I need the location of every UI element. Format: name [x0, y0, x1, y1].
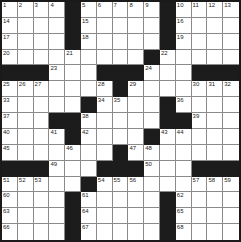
clue-number: 66 — [3, 224, 10, 231]
cell-r7c3[interactable] — [34, 97, 50, 113]
cell-r8c8[interactable] — [113, 113, 129, 129]
cell-r15c15[interactable] — [223, 224, 239, 240]
cell-r12c1[interactable]: 51 — [2, 177, 18, 193]
clue-number: 20 — [3, 50, 10, 57]
clue-number: 22 — [161, 50, 168, 57]
cell-r13c9[interactable] — [128, 192, 144, 208]
cell-r12c4[interactable] — [49, 177, 65, 193]
clue-number: 32 — [224, 81, 231, 88]
cell-r10c11[interactable] — [160, 145, 176, 161]
black-cell-r15c11 — [160, 224, 176, 240]
cell-r14c6[interactable]: 64 — [81, 208, 97, 224]
black-cell-r15c5 — [65, 224, 81, 240]
cell-r6c1[interactable]: 25 — [2, 81, 18, 97]
cell-r12c9[interactable]: 56 — [128, 177, 144, 193]
cell-r4c12[interactable] — [176, 50, 192, 66]
cell-r7c1[interactable]: 33 — [2, 97, 18, 113]
cell-r9c6[interactable]: 42 — [81, 129, 97, 145]
cell-r8c2[interactable] — [18, 113, 34, 129]
clue-number: 30 — [193, 81, 200, 88]
cell-r11c11[interactable] — [160, 161, 176, 177]
cell-r7c15[interactable] — [223, 97, 239, 113]
clue-number: 18 — [82, 34, 89, 41]
clue-number: 48 — [145, 145, 152, 152]
cell-r5c11[interactable] — [160, 65, 176, 81]
clue-number: 16 — [177, 18, 184, 25]
black-cell-r9c5 — [65, 129, 81, 145]
clue-number: 23 — [50, 65, 57, 72]
cell-r4c4[interactable] — [49, 50, 65, 66]
black-cell-r5c8 — [113, 65, 129, 81]
clue-number: 12 — [208, 2, 215, 9]
cell-r15c14[interactable] — [207, 224, 223, 240]
cell-r6c2[interactable]: 26 — [18, 81, 34, 97]
cell-r3c4[interactable] — [49, 34, 65, 50]
clue-number: 65 — [177, 208, 184, 215]
cell-r5c4[interactable]: 23 — [49, 65, 65, 81]
clue-number: 42 — [82, 129, 89, 136]
cell-r6c14[interactable]: 31 — [207, 81, 223, 97]
cell-r2c4[interactable] — [49, 18, 65, 34]
cell-r3c13[interactable] — [192, 34, 208, 50]
cell-r15c7[interactable] — [97, 224, 113, 240]
cell-r7c8[interactable]: 35 — [113, 97, 129, 113]
clue-number: 63 — [3, 208, 10, 215]
clue-number: 55 — [114, 177, 121, 184]
cell-r7c14[interactable] — [207, 97, 223, 113]
cell-r6c6[interactable] — [81, 81, 97, 97]
clue-number: 17 — [3, 34, 10, 41]
clue-number: 59 — [224, 177, 231, 184]
cell-r10c9[interactable]: 47 — [128, 145, 144, 161]
cell-r9c1[interactable]: 40 — [2, 129, 18, 145]
black-cell-r7c11 — [160, 97, 176, 113]
cell-r1c2[interactable]: 2 — [18, 2, 34, 18]
black-cell-r5c14 — [207, 65, 223, 81]
black-cell-r5c3 — [34, 65, 50, 81]
cell-r4c8[interactable] — [113, 50, 129, 66]
clue-number: 24 — [145, 65, 152, 72]
cell-r1c1[interactable]: 1 — [2, 2, 18, 18]
cell-r6c9[interactable]: 29 — [128, 81, 144, 97]
cell-r2c13[interactable] — [192, 18, 208, 34]
clue-number: 29 — [129, 81, 136, 88]
cell-r6c3[interactable]: 27 — [34, 81, 50, 97]
cell-r13c1[interactable]: 60 — [2, 192, 18, 208]
black-cell-r14c11 — [160, 208, 176, 224]
clue-number: 21 — [66, 50, 73, 57]
cell-r7c5[interactable] — [65, 97, 81, 113]
cell-r4c6[interactable] — [81, 50, 97, 66]
cell-r2c9[interactable] — [128, 18, 144, 34]
black-cell-r7c6 — [81, 97, 97, 113]
cell-r14c15[interactable] — [223, 208, 239, 224]
clue-number: 8 — [129, 2, 132, 9]
clue-number: 50 — [145, 161, 152, 168]
cell-r10c14[interactable] — [207, 145, 223, 161]
cell-r3c7[interactable] — [97, 34, 113, 50]
clue-number: 61 — [82, 192, 89, 199]
cell-r11c5[interactable] — [65, 161, 81, 177]
clue-number: 47 — [129, 145, 136, 152]
black-cell-r5c2 — [18, 65, 34, 81]
black-cell-r11c2 — [18, 161, 34, 177]
cell-r15c1[interactable]: 66 — [2, 224, 18, 240]
cell-r8c13[interactable]: 39 — [192, 113, 208, 129]
black-cell-r6c8 — [113, 81, 129, 97]
clue-number: 37 — [3, 113, 10, 120]
cell-r15c9[interactable] — [128, 224, 144, 240]
cell-r14c2[interactable] — [18, 208, 34, 224]
clue-number: 3 — [35, 2, 38, 9]
clue-number: 15 — [82, 18, 89, 25]
clue-number: 2 — [19, 2, 22, 9]
cell-r6c7[interactable]: 28 — [97, 81, 113, 97]
cell-r10c4[interactable] — [49, 145, 65, 161]
cell-r14c14[interactable] — [207, 208, 223, 224]
cell-r12c11[interactable] — [160, 177, 176, 193]
cell-r7c9[interactable] — [128, 97, 144, 113]
cell-r4c13[interactable] — [192, 50, 208, 66]
cell-r4c2[interactable] — [18, 50, 34, 66]
cell-r10c7[interactable] — [97, 145, 113, 161]
cell-r14c12[interactable]: 65 — [176, 208, 192, 224]
clue-number: 67 — [82, 224, 89, 231]
cell-r3c10[interactable] — [144, 34, 160, 50]
cell-r9c7[interactable] — [97, 129, 113, 145]
cell-r13c15[interactable] — [223, 192, 239, 208]
cell-r2c8[interactable] — [113, 18, 129, 34]
clue-number: 62 — [177, 192, 184, 199]
black-cell-r9c10 — [144, 129, 160, 145]
cell-r4c9[interactable] — [128, 50, 144, 66]
black-cell-r13c5 — [65, 192, 81, 208]
cell-r13c13[interactable] — [192, 192, 208, 208]
black-cell-r3c5 — [65, 34, 81, 50]
cell-r14c13[interactable] — [192, 208, 208, 224]
cell-r6c15[interactable]: 32 — [223, 81, 239, 97]
cell-r15c6[interactable]: 67 — [81, 224, 97, 240]
cell-r8c7[interactable] — [97, 113, 113, 129]
cell-r9c13[interactable] — [192, 129, 208, 145]
clue-number: 64 — [82, 208, 89, 215]
cell-r1c8[interactable]: 7 — [113, 2, 129, 18]
clue-number: 58 — [208, 177, 215, 184]
cell-r1c14[interactable]: 12 — [207, 2, 223, 18]
cell-r3c6[interactable]: 18 — [81, 34, 97, 50]
cell-r9c15[interactable] — [223, 129, 239, 145]
cell-r10c1[interactable]: 45 — [2, 145, 18, 161]
cell-r14c3[interactable] — [34, 208, 50, 224]
cell-r12c13[interactable]: 57 — [192, 177, 208, 193]
black-cell-r11c1 — [2, 161, 18, 177]
clue-number: 1 — [3, 2, 6, 9]
cell-r4c7[interactable] — [97, 50, 113, 66]
cell-r12c10[interactable] — [144, 177, 160, 193]
black-cell-r10c8 — [113, 145, 129, 161]
black-cell-r5c15 — [223, 65, 239, 81]
cell-r3c9[interactable] — [128, 34, 144, 50]
clue-number: 10 — [177, 2, 184, 9]
cell-r13c14[interactable] — [207, 192, 223, 208]
cell-r6c12[interactable] — [176, 81, 192, 97]
cell-r14c4[interactable] — [49, 208, 65, 224]
cell-r12c8[interactable]: 55 — [113, 177, 129, 193]
cell-r7c12[interactable]: 36 — [176, 97, 192, 113]
cell-r9c8[interactable] — [113, 129, 129, 145]
cell-r3c3[interactable] — [34, 34, 50, 50]
cell-r8c9[interactable] — [128, 113, 144, 129]
clue-number: 53 — [35, 177, 42, 184]
clue-number: 31 — [208, 81, 215, 88]
cell-r10c13[interactable] — [192, 145, 208, 161]
cell-r7c13[interactable] — [192, 97, 208, 113]
black-cell-r8c4 — [49, 113, 65, 129]
crossword-grid: 1234567891011121314151617181920212223242… — [0, 0, 241, 242]
black-cell-r11c8 — [113, 161, 129, 177]
cell-r13c8[interactable] — [113, 192, 129, 208]
clue-number: 25 — [3, 81, 10, 88]
cell-r13c3[interactable] — [34, 192, 50, 208]
cell-r5c10[interactable]: 24 — [144, 65, 160, 81]
cell-r1c3[interactable]: 3 — [34, 2, 50, 18]
clue-number: 14 — [3, 18, 10, 25]
cell-r1c10[interactable]: 9 — [144, 2, 160, 18]
clue-number: 45 — [3, 145, 10, 152]
cell-r10c12[interactable] — [176, 145, 192, 161]
cell-r2c3[interactable] — [34, 18, 50, 34]
clue-number: 38 — [82, 113, 89, 120]
cell-r2c12[interactable]: 16 — [176, 18, 192, 34]
cell-r12c15[interactable]: 59 — [223, 177, 239, 193]
cell-r7c2[interactable] — [18, 97, 34, 113]
cell-r9c9[interactable] — [128, 129, 144, 145]
cell-r6c5[interactable] — [65, 81, 81, 97]
clue-number: 44 — [177, 129, 184, 136]
black-cell-r8c5 — [65, 113, 81, 129]
cell-r3c1[interactable]: 17 — [2, 34, 18, 50]
black-cell-r5c7 — [97, 65, 113, 81]
clue-number: 26 — [19, 81, 26, 88]
clue-number: 5 — [82, 2, 85, 9]
cell-r7c10[interactable] — [144, 97, 160, 113]
cell-r9c12[interactable]: 44 — [176, 129, 192, 145]
clue-number: 19 — [177, 34, 184, 41]
black-cell-r8c11 — [160, 113, 176, 129]
black-cell-r13c11 — [160, 192, 176, 208]
black-cell-r11c3 — [34, 161, 50, 177]
clue-number: 57 — [193, 177, 200, 184]
cell-r15c13[interactable] — [192, 224, 208, 240]
cell-r8c1[interactable]: 37 — [2, 113, 18, 129]
cell-r5c12[interactable] — [176, 65, 192, 81]
cell-r12c7[interactable]: 54 — [97, 177, 113, 193]
clue-number: 35 — [114, 97, 121, 104]
clue-number: 56 — [129, 177, 136, 184]
clue-number: 49 — [50, 161, 57, 168]
cell-r4c15[interactable] — [223, 50, 239, 66]
cell-r2c6[interactable]: 15 — [81, 18, 97, 34]
cell-r9c2[interactable] — [18, 129, 34, 145]
cell-r8c10[interactable] — [144, 113, 160, 129]
cell-r9c14[interactable] — [207, 129, 223, 145]
cell-r6c10[interactable] — [144, 81, 160, 97]
cell-r7c7[interactable]: 34 — [97, 97, 113, 113]
black-cell-r4c10 — [144, 50, 160, 66]
clue-number: 34 — [98, 97, 105, 104]
cell-r14c1[interactable]: 63 — [2, 208, 18, 224]
cell-r9c4[interactable]: 41 — [49, 129, 65, 145]
cell-r11c4[interactable]: 49 — [49, 161, 65, 177]
cell-r8c3[interactable] — [34, 113, 50, 129]
cell-r1c9[interactable]: 8 — [128, 2, 144, 18]
clue-number: 7 — [114, 2, 117, 9]
cell-r10c6[interactable] — [81, 145, 97, 161]
cell-r1c15[interactable]: 13 — [223, 2, 239, 18]
cell-r2c10[interactable] — [144, 18, 160, 34]
clue-number: 36 — [177, 97, 184, 104]
cell-r3c14[interactable] — [207, 34, 223, 50]
cell-r5c5[interactable] — [65, 65, 81, 81]
clue-number: 54 — [98, 177, 105, 184]
cell-r1c7[interactable]: 6 — [97, 2, 113, 18]
clue-number: 13 — [224, 2, 231, 9]
cell-r12c14[interactable]: 58 — [207, 177, 223, 193]
black-cell-r1c5 — [65, 2, 81, 18]
clue-number: 68 — [177, 224, 184, 231]
black-cell-r3c11 — [160, 34, 176, 50]
cell-r4c5[interactable]: 21 — [65, 50, 81, 66]
clue-number: 40 — [3, 129, 10, 136]
cell-r2c7[interactable] — [97, 18, 113, 34]
cell-r14c9[interactable] — [128, 208, 144, 224]
cell-r9c3[interactable] — [34, 129, 50, 145]
cell-r11c10[interactable]: 50 — [144, 161, 160, 177]
clue-number: 11 — [193, 2, 199, 9]
cell-r7c4[interactable] — [49, 97, 65, 113]
clue-number: 39 — [193, 113, 200, 120]
cell-r10c2[interactable] — [18, 145, 34, 161]
black-cell-r8c12 — [176, 113, 192, 129]
clue-number: 28 — [98, 81, 105, 88]
clue-number: 41 — [50, 129, 57, 136]
cell-r12c5[interactable] — [65, 177, 81, 193]
cell-r2c1[interactable]: 14 — [2, 18, 18, 34]
cell-r1c13[interactable]: 11 — [192, 2, 208, 18]
clue-number: 52 — [19, 177, 26, 184]
cell-r3c15[interactable] — [223, 34, 239, 50]
black-cell-r11c14 — [207, 161, 223, 177]
cell-r2c2[interactable] — [18, 18, 34, 34]
cell-r13c10[interactable] — [144, 192, 160, 208]
clue-number: 60 — [3, 192, 10, 199]
black-cell-r5c13 — [192, 65, 208, 81]
cell-r10c5[interactable]: 46 — [65, 145, 81, 161]
cell-r2c14[interactable] — [207, 18, 223, 34]
cell-r12c2[interactable]: 52 — [18, 177, 34, 193]
clue-number: 4 — [50, 2, 53, 9]
cell-r10c15[interactable] — [223, 145, 239, 161]
cell-r3c12[interactable]: 19 — [176, 34, 192, 50]
cell-r8c14[interactable] — [207, 113, 223, 129]
cell-r15c10[interactable] — [144, 224, 160, 240]
cell-r3c8[interactable] — [113, 34, 129, 50]
clue-number: 43 — [161, 129, 168, 136]
cell-r6c4[interactable] — [49, 81, 65, 97]
black-cell-r12c6 — [81, 177, 97, 193]
cell-r12c12[interactable] — [176, 177, 192, 193]
cell-r13c12[interactable]: 62 — [176, 192, 192, 208]
cell-r14c7[interactable] — [97, 208, 113, 224]
cell-r9c11[interactable]: 43 — [160, 129, 176, 145]
black-cell-r2c11 — [160, 18, 176, 34]
clue-number: 27 — [35, 81, 42, 88]
black-cell-r11c9 — [128, 161, 144, 177]
cell-r15c12[interactable]: 68 — [176, 224, 192, 240]
cell-r14c8[interactable] — [113, 208, 129, 224]
cell-r6c13[interactable]: 30 — [192, 81, 208, 97]
cell-r1c12[interactable]: 10 — [176, 2, 192, 18]
cell-r13c7[interactable] — [97, 192, 113, 208]
cell-r12c3[interactable]: 53 — [34, 177, 50, 193]
cell-r15c2[interactable] — [18, 224, 34, 240]
cell-r13c4[interactable] — [49, 192, 65, 208]
black-cell-r11c13 — [192, 161, 208, 177]
clue-number: 6 — [98, 2, 101, 9]
cell-r13c6[interactable]: 61 — [81, 192, 97, 208]
cell-r1c4[interactable]: 4 — [49, 2, 65, 18]
cell-r4c11[interactable]: 22 — [160, 50, 176, 66]
black-cell-r1c11 — [160, 2, 176, 18]
black-cell-r11c15 — [223, 161, 239, 177]
cell-r4c1[interactable]: 20 — [2, 50, 18, 66]
cell-r14c10[interactable] — [144, 208, 160, 224]
cell-r13c2[interactable] — [18, 192, 34, 208]
cell-r6c11[interactable] — [160, 81, 176, 97]
clue-number: 9 — [145, 2, 148, 9]
cell-r8c6[interactable]: 38 — [81, 113, 97, 129]
cell-r8c15[interactable] — [223, 113, 239, 129]
black-cell-r14c5 — [65, 208, 81, 224]
cell-r5c6[interactable] — [81, 65, 97, 81]
cell-r15c3[interactable] — [34, 224, 50, 240]
black-cell-r5c9 — [128, 65, 144, 81]
clue-number: 46 — [66, 145, 73, 152]
cell-r4c14[interactable] — [207, 50, 223, 66]
cell-r10c10[interactable]: 48 — [144, 145, 160, 161]
cell-r15c4[interactable] — [49, 224, 65, 240]
cell-r15c8[interactable] — [113, 224, 129, 240]
clue-number: 51 — [3, 177, 10, 184]
cell-r1c6[interactable]: 5 — [81, 2, 97, 18]
cell-r10c3[interactable] — [34, 145, 50, 161]
clue-number: 33 — [3, 97, 10, 104]
cell-r4c3[interactable] — [34, 50, 50, 66]
black-cell-r2c5 — [65, 18, 81, 34]
cell-r2c15[interactable] — [223, 18, 239, 34]
black-cell-r11c7 — [97, 161, 113, 177]
cell-r3c2[interactable] — [18, 34, 34, 50]
cell-r11c12[interactable] — [176, 161, 192, 177]
black-cell-r5c1 — [2, 65, 18, 81]
cell-r11c6[interactable] — [81, 161, 97, 177]
